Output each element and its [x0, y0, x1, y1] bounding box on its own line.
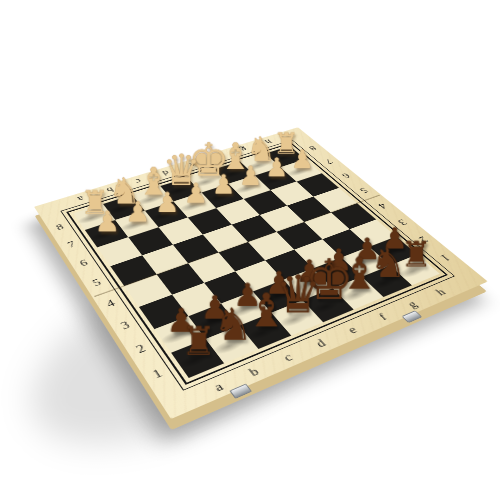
square-a1: ♜	[171, 339, 224, 378]
piece-bR-a1: ♜	[161, 322, 238, 362]
chess-board-grid: ♜♞♝♛♚♝♞♜♟♟♟♟♟♟♟♟♟♟♟♟♟♟♟♟♜♞♝♛♚♝♞♜	[73, 146, 440, 378]
product-photo-scene: ♜♞♝♛♚♝♞♜♟♟♟♟♟♟♟♟♟♟♟♟♟♟♟♟♜♞♝♛♚♝♞♜ aabbccd…	[0, 0, 500, 500]
rank-label-right-6: 6	[329, 166, 361, 185]
piece-wP-a7: ♟	[75, 208, 139, 237]
